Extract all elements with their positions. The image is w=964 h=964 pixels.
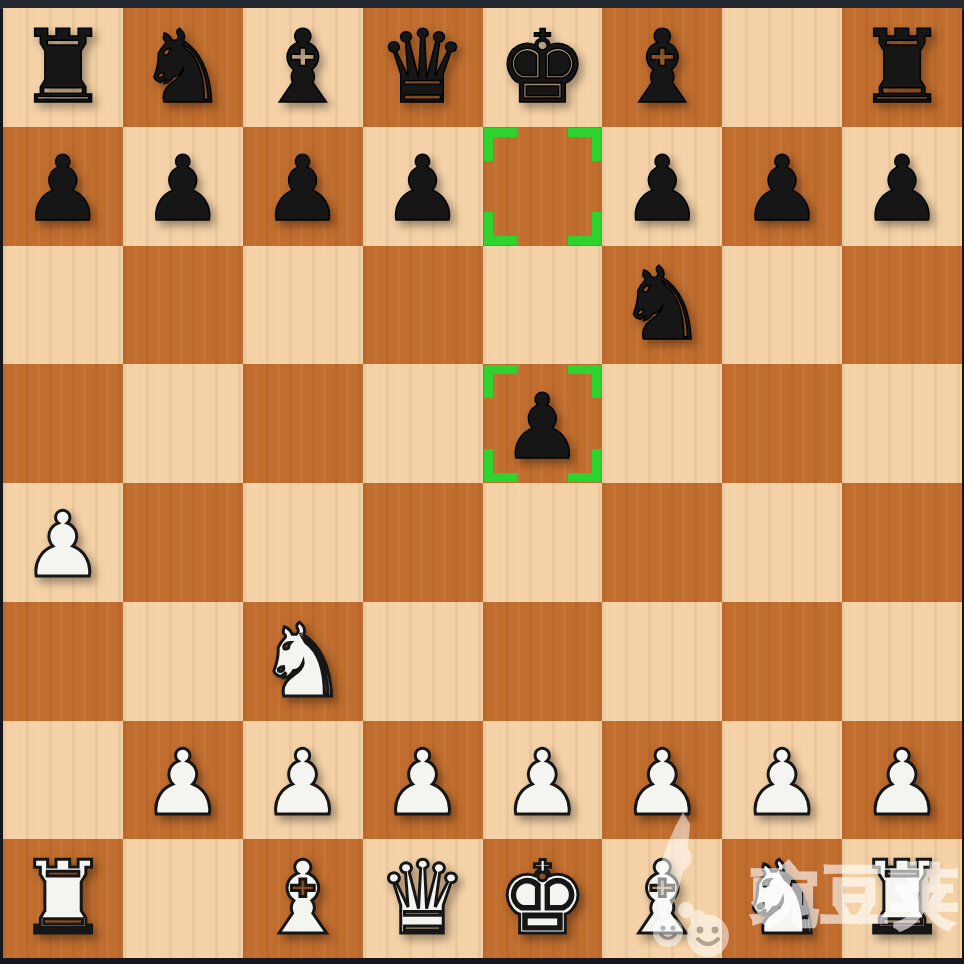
white-pawn[interactable]: ♟ [3, 483, 123, 602]
chess-board[interactable]: ♜♞♝♛♚♝♜♟♟♟♟♟♟♟♞♟♟♞♟♟♟♟♟♟♟♜♝♛♚♝♞♜ [3, 8, 962, 958]
square-c1[interactable]: ♝ [243, 839, 363, 958]
black-king[interactable]: ♚ [483, 8, 603, 127]
square-e2[interactable]: ♟ [483, 721, 603, 840]
square-h2[interactable]: ♟ [842, 721, 962, 840]
square-f6[interactable]: ♞ [602, 246, 722, 365]
bottom-strip [0, 958, 964, 964]
square-b3[interactable] [123, 602, 243, 721]
square-a6[interactable] [3, 246, 123, 365]
black-pawn[interactable]: ♟ [483, 364, 603, 483]
square-e1[interactable]: ♚ [483, 839, 603, 958]
square-a7[interactable]: ♟ [3, 127, 123, 246]
black-pawn[interactable]: ♟ [363, 127, 483, 246]
black-pawn[interactable]: ♟ [243, 127, 363, 246]
square-d2[interactable]: ♟ [363, 721, 483, 840]
square-a5[interactable] [3, 364, 123, 483]
white-pawn[interactable]: ♟ [722, 721, 842, 840]
chess-app: ♜♞♝♛♚♝♜♟♟♟♟♟♟♟♞♟♟♞♟♟♟♟♟♟♟♜♝♛♚♝♞♜ 豌豆荚 [0, 0, 964, 964]
last-move-highlight-tr-corner [568, 128, 601, 161]
square-c8[interactable]: ♝ [243, 8, 363, 127]
black-rook[interactable]: ♜ [3, 8, 123, 127]
square-f1[interactable]: ♝ [602, 839, 722, 958]
square-e3[interactable] [483, 602, 603, 721]
white-rook[interactable]: ♜ [3, 839, 123, 958]
square-d1[interactable]: ♛ [363, 839, 483, 958]
black-pawn[interactable]: ♟ [842, 127, 962, 246]
square-d4[interactable] [363, 483, 483, 602]
square-c6[interactable] [243, 246, 363, 365]
black-bishop[interactable]: ♝ [602, 8, 722, 127]
square-f8[interactable]: ♝ [602, 8, 722, 127]
square-f4[interactable] [602, 483, 722, 602]
square-c4[interactable] [243, 483, 363, 602]
black-pawn[interactable]: ♟ [123, 127, 243, 246]
square-g4[interactable] [722, 483, 842, 602]
white-pawn[interactable]: ♟ [483, 721, 603, 840]
square-c3[interactable]: ♞ [243, 602, 363, 721]
square-a4[interactable]: ♟ [3, 483, 123, 602]
black-pawn[interactable]: ♟ [722, 127, 842, 246]
square-g3[interactable] [722, 602, 842, 721]
white-knight[interactable]: ♞ [722, 839, 842, 958]
square-a2[interactable] [3, 721, 123, 840]
white-pawn[interactable]: ♟ [842, 721, 962, 840]
black-knight[interactable]: ♞ [123, 8, 243, 127]
square-e7[interactable] [483, 127, 603, 246]
white-king[interactable]: ♚ [483, 839, 603, 958]
square-h1[interactable]: ♜ [842, 839, 962, 958]
last-move-highlight-br-corner [568, 212, 601, 245]
square-h6[interactable] [842, 246, 962, 365]
square-b6[interactable] [123, 246, 243, 365]
square-g8[interactable] [722, 8, 842, 127]
square-h3[interactable] [842, 602, 962, 721]
black-pawn[interactable]: ♟ [3, 127, 123, 246]
black-bishop[interactable]: ♝ [243, 8, 363, 127]
square-b8[interactable]: ♞ [123, 8, 243, 127]
square-g6[interactable] [722, 246, 842, 365]
square-e8[interactable]: ♚ [483, 8, 603, 127]
white-pawn[interactable]: ♟ [123, 721, 243, 840]
square-b5[interactable] [123, 364, 243, 483]
square-g5[interactable] [722, 364, 842, 483]
last-move-highlight-tl-corner [484, 128, 517, 161]
square-e5[interactable]: ♟ [483, 364, 603, 483]
white-rook[interactable]: ♜ [842, 839, 962, 958]
square-h4[interactable] [842, 483, 962, 602]
square-d8[interactable]: ♛ [363, 8, 483, 127]
square-a1[interactable]: ♜ [3, 839, 123, 958]
square-g1[interactable]: ♞ [722, 839, 842, 958]
square-e6[interactable] [483, 246, 603, 365]
square-b4[interactable] [123, 483, 243, 602]
square-c5[interactable] [243, 364, 363, 483]
square-a8[interactable]: ♜ [3, 8, 123, 127]
square-h7[interactable]: ♟ [842, 127, 962, 246]
white-bishop[interactable]: ♝ [602, 839, 722, 958]
white-queen[interactable]: ♛ [363, 839, 483, 958]
white-pawn[interactable]: ♟ [363, 721, 483, 840]
white-bishop[interactable]: ♝ [243, 839, 363, 958]
square-d7[interactable]: ♟ [363, 127, 483, 246]
square-f5[interactable] [602, 364, 722, 483]
square-f3[interactable] [602, 602, 722, 721]
white-knight[interactable]: ♞ [243, 602, 363, 721]
square-d6[interactable] [363, 246, 483, 365]
square-h8[interactable]: ♜ [842, 8, 962, 127]
square-c2[interactable]: ♟ [243, 721, 363, 840]
square-b1[interactable] [123, 839, 243, 958]
black-knight[interactable]: ♞ [602, 246, 722, 365]
square-f2[interactable]: ♟ [602, 721, 722, 840]
square-h5[interactable] [842, 364, 962, 483]
square-g2[interactable]: ♟ [722, 721, 842, 840]
white-pawn[interactable]: ♟ [602, 721, 722, 840]
black-rook[interactable]: ♜ [842, 8, 962, 127]
square-b2[interactable]: ♟ [123, 721, 243, 840]
square-a3[interactable] [3, 602, 123, 721]
black-pawn[interactable]: ♟ [602, 127, 722, 246]
square-g7[interactable]: ♟ [722, 127, 842, 246]
square-f7[interactable]: ♟ [602, 127, 722, 246]
square-d5[interactable] [363, 364, 483, 483]
black-queen[interactable]: ♛ [363, 8, 483, 127]
square-c7[interactable]: ♟ [243, 127, 363, 246]
last-move-highlight-bl-corner [484, 212, 517, 245]
square-d3[interactable] [363, 602, 483, 721]
square-e4[interactable] [483, 483, 603, 602]
white-pawn[interactable]: ♟ [243, 721, 363, 840]
square-b7[interactable]: ♟ [123, 127, 243, 246]
